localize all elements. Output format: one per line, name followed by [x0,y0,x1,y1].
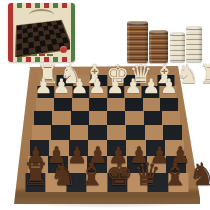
board-square [143,98,161,111]
board-square [88,125,107,140]
board-square [54,98,72,111]
board-square [147,156,167,173]
board-square [107,156,127,173]
board-square [126,140,145,156]
board-square [56,75,73,86]
board-square [32,125,51,140]
board-square [87,156,107,173]
board-rank [38,86,177,98]
brown-checkers-stack-short [149,30,168,63]
board-square [66,173,86,192]
board-square [141,75,158,86]
board-square [72,86,89,98]
board-square [87,173,107,192]
brown-checkers-stack-tall [127,21,148,63]
chess-board-frame [14,66,200,204]
board-square [160,98,178,111]
board-rank [36,98,178,111]
board-rank [40,75,175,86]
board-square [127,173,147,192]
board-square [30,140,49,156]
board-square [146,140,165,156]
board-square [107,75,124,86]
board-square [124,75,141,86]
board-square [124,86,141,98]
board-rank [34,111,180,125]
board-square [165,140,184,156]
cream-checkers-stack-short [170,32,185,62]
board-square [34,111,52,125]
board-square [126,125,145,140]
board-square [88,140,107,156]
board-square [168,173,188,192]
board-square [69,140,88,156]
board-square [71,111,89,125]
board-square [163,125,182,140]
board-square [68,156,88,173]
board-rank [26,173,189,192]
board-square [28,156,48,173]
board-square [107,98,125,111]
board-square [48,156,68,173]
board-square [107,125,126,140]
board-square [107,86,124,98]
board-square [125,98,143,111]
board-square [158,75,175,86]
board-square [159,86,176,98]
board-square [142,86,159,98]
board-square [72,98,90,111]
board-square [145,125,164,140]
board-square [107,111,125,125]
chess-board [14,66,200,204]
board-square [125,111,143,125]
board-square [46,173,66,192]
board-square [55,86,72,98]
board-square [127,156,147,173]
board-square [89,98,107,111]
cream-checkers-stack-tall [186,26,202,62]
board-square [49,140,68,156]
board-square [107,173,127,192]
board-square [166,156,186,173]
board-square [148,173,168,192]
board-rank [28,156,186,173]
board-square [51,125,70,140]
board-square [70,125,89,140]
board-square [36,98,54,111]
board-rank [32,125,182,140]
board-square [144,111,162,125]
board-square [162,111,180,125]
board-square [89,111,107,125]
board-rank [30,140,184,156]
board-square [38,86,55,98]
board-square [90,86,107,98]
board-square [107,140,126,156]
board-square [73,75,90,86]
board-square [40,75,57,86]
board-square [26,173,46,192]
board-square [90,75,107,86]
product-photo: ♜♞♝♚♛♝♞♜♟♟♟♟♟♟♟♟♟♟♟♟♟♟♟♟♜♞♝♚♛♝♞♜ [0,0,210,210]
board-square [52,111,70,125]
